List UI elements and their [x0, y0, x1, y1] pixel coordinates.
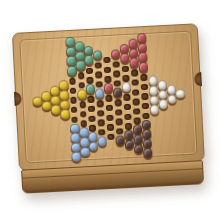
hole-c8-p2[interactable] — [95, 62, 102, 69]
hole-c9-p5[interactable] — [106, 95, 113, 102]
peg-white[interactable] — [148, 85, 158, 95]
peg-red[interactable] — [138, 62, 148, 72]
hole-c13-p7[interactable] — [141, 93, 148, 100]
hole-c11-p8[interactable] — [125, 113, 132, 120]
hole-c5-p9[interactable] — [71, 116, 78, 123]
peg-white[interactable] — [149, 95, 159, 105]
hole-c10-p9[interactable] — [116, 128, 123, 135]
hole-c10-p4[interactable] — [114, 80, 121, 87]
hole-c7-p4[interactable] — [87, 77, 94, 84]
hole-c9-p6[interactable] — [106, 105, 113, 112]
peg-white[interactable] — [157, 80, 167, 90]
hole-c6-p4[interactable] — [78, 73, 85, 80]
hole-c11-p6[interactable] — [124, 94, 131, 101]
peg-yellow[interactable] — [59, 81, 69, 91]
hole-c10-p7[interactable] — [115, 109, 122, 116]
hole-c12-p8[interactable] — [133, 108, 140, 115]
hole-c8-p6[interactable] — [97, 100, 104, 107]
product-photo — [0, 0, 220, 220]
hole-c7-p6[interactable] — [88, 96, 95, 103]
peg-dark-brown[interactable] — [141, 119, 151, 129]
hole-c13-p8[interactable] — [142, 103, 149, 110]
peg-yellow[interactable] — [60, 109, 70, 119]
hole-c12-p9[interactable] — [134, 118, 141, 125]
hole-c9-p1[interactable] — [104, 57, 111, 64]
hole-c13-p9[interactable] — [142, 112, 149, 119]
hole-c10-p8[interactable] — [116, 119, 123, 126]
peg-red[interactable] — [137, 43, 147, 53]
peg-dark-brown[interactable] — [142, 139, 152, 149]
peg-white[interactable] — [175, 89, 185, 99]
peg-red[interactable] — [120, 53, 130, 63]
hole-c8-p4[interactable] — [96, 81, 103, 88]
peg-dark-brown[interactable] — [134, 144, 144, 154]
peg-green[interactable] — [93, 50, 103, 60]
peg-white[interactable] — [148, 76, 158, 86]
peg-red[interactable] — [137, 33, 147, 43]
peg-red[interactable] — [104, 83, 114, 93]
peg-white[interactable] — [158, 99, 168, 109]
star-field — [13, 24, 204, 169]
hole-c8-p3[interactable] — [95, 72, 102, 79]
hole-c10-p6[interactable] — [115, 99, 122, 106]
hole-c8-p9[interactable] — [98, 129, 105, 136]
peg-red[interactable] — [129, 58, 139, 68]
hole-c13-p5[interactable] — [140, 74, 147, 81]
hole-c11-p9[interactable] — [125, 123, 132, 130]
peg-yellow[interactable] — [60, 100, 70, 110]
hole-c12-p7[interactable] — [133, 99, 140, 106]
peg-dark-brown[interactable] — [143, 148, 153, 158]
peg-red[interactable] — [138, 52, 148, 62]
hole-c12-p5[interactable] — [132, 79, 139, 86]
peg-white[interactable] — [121, 82, 131, 92]
hole-c6-p9[interactable] — [80, 121, 87, 128]
hole-c7-p3[interactable] — [86, 67, 93, 74]
hole-c5-p7[interactable] — [70, 97, 77, 104]
peg-blue[interactable] — [97, 136, 107, 146]
hole-c5-p5[interactable] — [69, 78, 76, 85]
hole-c5-p8[interactable] — [70, 107, 77, 114]
board-lid — [12, 23, 205, 171]
wooden-box — [12, 23, 206, 195]
hole-c9-p9[interactable] — [108, 134, 115, 141]
peg-green[interactable] — [84, 46, 94, 56]
peg-dark-brown[interactable] — [133, 125, 143, 135]
hole-c7-p9[interactable] — [89, 125, 96, 132]
peg-yellow[interactable] — [59, 90, 69, 100]
hole-c8-p8[interactable] — [98, 120, 105, 127]
hole-c7-p8[interactable] — [89, 115, 96, 122]
hole-c9-p7[interactable] — [107, 114, 114, 121]
hole-c11-p3[interactable] — [122, 65, 129, 72]
hole-c11-p7[interactable] — [124, 104, 131, 111]
hole-c10-p2[interactable] — [113, 61, 120, 68]
hole-c13-p6[interactable] — [141, 84, 148, 91]
hole-c12-p6[interactable] — [132, 89, 139, 96]
peg-red[interactable] — [129, 48, 139, 58]
hole-c6-p8[interactable] — [80, 111, 87, 118]
hole-c6-p5[interactable] — [78, 82, 85, 89]
hole-c12-p4[interactable] — [131, 70, 138, 77]
peg-blue[interactable] — [88, 132, 98, 142]
hole-c6-p7[interactable] — [79, 101, 86, 108]
peg-white[interactable] — [149, 105, 159, 115]
hole-c9-p2[interactable] — [104, 66, 111, 73]
hole-c9-p8[interactable] — [107, 124, 114, 131]
hole-c7-p7[interactable] — [88, 106, 95, 113]
peg-dark-brown[interactable] — [142, 129, 152, 139]
hole-c5-p6[interactable] — [69, 87, 76, 94]
peg-green[interactable] — [86, 84, 96, 94]
box-lid-junction — [22, 168, 202, 178]
peg-white[interactable] — [158, 90, 168, 100]
hole-c11-p4[interactable] — [123, 75, 130, 82]
hole-c9-p3[interactable] — [105, 76, 112, 83]
hole-c8-p7[interactable] — [97, 110, 104, 117]
hole-c10-p3[interactable] — [113, 71, 120, 78]
peg-red[interactable] — [111, 49, 121, 59]
